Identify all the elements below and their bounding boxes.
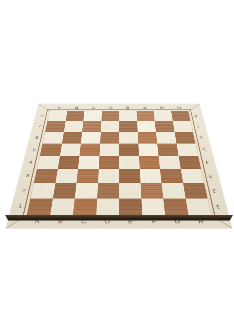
square-e2[interactable] bbox=[119, 183, 141, 198]
square-g8[interactable] bbox=[154, 111, 173, 121]
board-edge bbox=[5, 215, 233, 221]
square-c1[interactable] bbox=[73, 198, 97, 215]
square-g5[interactable] bbox=[157, 143, 178, 155]
square-d3[interactable] bbox=[98, 169, 119, 183]
square-d6[interactable] bbox=[100, 132, 119, 143]
square-f7[interactable] bbox=[137, 121, 156, 132]
square-h5[interactable] bbox=[176, 143, 198, 155]
square-a3[interactable] bbox=[34, 169, 58, 183]
file-label: E bbox=[119, 104, 136, 111]
square-f2[interactable] bbox=[140, 183, 163, 198]
rank-label: 7 bbox=[190, 121, 206, 132]
square-f1[interactable] bbox=[141, 198, 165, 215]
square-e3[interactable] bbox=[119, 169, 140, 183]
square-d5[interactable] bbox=[99, 143, 119, 155]
square-g4[interactable] bbox=[159, 156, 181, 169]
square-d8[interactable] bbox=[101, 111, 119, 121]
square-h6[interactable] bbox=[174, 132, 195, 143]
file-label: D bbox=[102, 104, 119, 111]
square-b4[interactable] bbox=[58, 156, 80, 169]
square-a4[interactable] bbox=[37, 156, 60, 169]
rank-label: 6 bbox=[193, 132, 210, 143]
square-c4[interactable] bbox=[78, 156, 99, 169]
file-labels-top: ABCDEFGH bbox=[50, 104, 188, 111]
square-f3[interactable] bbox=[139, 169, 161, 183]
square-c6[interactable] bbox=[81, 132, 101, 143]
board-squares bbox=[27, 111, 211, 215]
rank-label: 4 bbox=[198, 156, 216, 169]
square-h7[interactable] bbox=[173, 121, 193, 132]
square-h3[interactable] bbox=[180, 169, 204, 183]
square-e8[interactable] bbox=[119, 111, 137, 121]
square-g7[interactable] bbox=[155, 121, 175, 132]
square-b2[interactable] bbox=[53, 183, 77, 198]
square-a5[interactable] bbox=[40, 143, 62, 155]
square-b3[interactable] bbox=[55, 169, 78, 183]
square-g2[interactable] bbox=[162, 183, 186, 198]
square-h4[interactable] bbox=[178, 156, 201, 169]
square-c7[interactable] bbox=[82, 121, 101, 132]
square-g6[interactable] bbox=[156, 132, 176, 143]
square-f8[interactable] bbox=[136, 111, 154, 121]
file-label: A bbox=[50, 104, 68, 111]
square-c8[interactable] bbox=[83, 111, 101, 121]
square-f4[interactable] bbox=[139, 156, 160, 169]
square-d7[interactable] bbox=[101, 121, 119, 132]
square-a6[interactable] bbox=[43, 132, 64, 143]
square-g3[interactable] bbox=[160, 169, 183, 183]
file-label: B bbox=[67, 104, 85, 111]
square-a2[interactable] bbox=[31, 183, 56, 198]
square-b5[interactable] bbox=[60, 143, 81, 155]
square-e7[interactable] bbox=[119, 121, 137, 132]
file-label: F bbox=[136, 104, 154, 111]
file-label: H bbox=[170, 104, 188, 111]
square-b1[interactable] bbox=[50, 198, 75, 215]
square-a7[interactable] bbox=[45, 121, 65, 132]
square-e5[interactable] bbox=[119, 143, 139, 155]
square-f5[interactable] bbox=[138, 143, 158, 155]
square-h8[interactable] bbox=[171, 111, 191, 121]
square-b7[interactable] bbox=[64, 121, 84, 132]
square-h1[interactable] bbox=[185, 198, 211, 215]
square-e6[interactable] bbox=[119, 132, 138, 143]
square-e4[interactable] bbox=[119, 156, 139, 169]
square-b6[interactable] bbox=[62, 132, 82, 143]
square-c3[interactable] bbox=[76, 169, 98, 183]
square-b8[interactable] bbox=[65, 111, 84, 121]
square-h2[interactable] bbox=[183, 183, 208, 198]
file-label: G bbox=[153, 104, 171, 111]
square-f6[interactable] bbox=[137, 132, 157, 143]
rank-label: 8 bbox=[188, 111, 204, 121]
square-c5[interactable] bbox=[79, 143, 99, 155]
product-photo: ABCDEFGH ABCDEFGH 87654321 87654321 bbox=[0, 0, 234, 313]
square-d4[interactable] bbox=[99, 156, 119, 169]
square-a1[interactable] bbox=[27, 198, 53, 215]
square-a8[interactable] bbox=[48, 111, 68, 121]
square-g1[interactable] bbox=[163, 198, 188, 215]
square-e1[interactable] bbox=[119, 198, 142, 215]
file-label: C bbox=[84, 104, 102, 111]
rank-label: 5 bbox=[195, 143, 213, 155]
square-d1[interactable] bbox=[96, 198, 119, 215]
chessboard: ABCDEFGH ABCDEFGH 87654321 87654321 bbox=[6, 104, 232, 229]
square-d2[interactable] bbox=[97, 183, 119, 198]
board-scene: ABCDEFGH ABCDEFGH 87654321 87654321 bbox=[5, 93, 233, 217]
square-c2[interactable] bbox=[75, 183, 98, 198]
